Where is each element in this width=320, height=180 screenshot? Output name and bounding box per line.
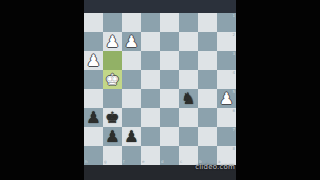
video-frame: 1♟♟2♟3♚4♞5♟♟♚6♟♟7hgfedcba8 clideo.com <box>0 0 320 180</box>
square-b4[interactable] <box>198 70 217 89</box>
white-king[interactable]: ♚ <box>103 70 122 89</box>
square-e1[interactable] <box>141 13 160 32</box>
square-h2[interactable] <box>84 32 103 51</box>
square-d3[interactable] <box>160 51 179 70</box>
rank-label-6: 6 <box>232 109 235 113</box>
square-h3[interactable]: ♟ <box>84 51 103 70</box>
square-b1[interactable] <box>198 13 217 32</box>
file-label-f: f <box>123 160 124 164</box>
white-pawn[interactable]: ♟ <box>84 51 103 70</box>
square-d4[interactable] <box>160 70 179 89</box>
square-f8[interactable]: f <box>122 146 141 165</box>
watermark: clideo.com <box>195 163 236 171</box>
file-label-h: h <box>85 160 88 164</box>
square-b6[interactable] <box>198 108 217 127</box>
square-d8[interactable]: d <box>160 146 179 165</box>
square-h7[interactable] <box>84 127 103 146</box>
square-a3[interactable]: 3 <box>217 51 236 70</box>
square-e7[interactable] <box>141 127 160 146</box>
chess-board[interactable]: 1♟♟2♟3♚4♞5♟♟♚6♟♟7hgfedcba8 <box>84 13 236 165</box>
rank-label-8: 8 <box>232 147 235 151</box>
square-h8[interactable]: h <box>84 146 103 165</box>
black-pawn[interactable]: ♟ <box>103 127 122 146</box>
rank-label-7: 7 <box>232 128 235 132</box>
black-pawn[interactable]: ♟ <box>122 127 141 146</box>
square-g3[interactable] <box>103 51 122 70</box>
square-e8[interactable]: e <box>141 146 160 165</box>
square-c3[interactable] <box>179 51 198 70</box>
square-c1[interactable] <box>179 13 198 32</box>
square-g7[interactable]: ♟ <box>103 127 122 146</box>
square-g5[interactable] <box>103 89 122 108</box>
file-label-e: e <box>142 160 144 164</box>
square-c2[interactable] <box>179 32 198 51</box>
square-c5[interactable]: ♞ <box>179 89 198 108</box>
square-b2[interactable] <box>198 32 217 51</box>
square-a5[interactable]: 5♟ <box>217 89 236 108</box>
square-g4[interactable]: ♚ <box>103 70 122 89</box>
square-a1[interactable]: 1 <box>217 13 236 32</box>
square-a4[interactable]: 4 <box>217 70 236 89</box>
square-e6[interactable] <box>141 108 160 127</box>
square-g2[interactable]: ♟ <box>103 32 122 51</box>
square-f4[interactable] <box>122 70 141 89</box>
square-g6[interactable]: ♚ <box>103 108 122 127</box>
white-pawn[interactable]: ♟ <box>122 32 141 51</box>
square-b7[interactable] <box>198 127 217 146</box>
file-label-c: c <box>180 160 182 164</box>
square-a6[interactable]: 6 <box>217 108 236 127</box>
top-letterbox-bar <box>84 0 236 13</box>
file-label-d: d <box>161 160 164 164</box>
square-h1[interactable] <box>84 13 103 32</box>
rank-label-2: 2 <box>232 33 235 37</box>
square-f2[interactable]: ♟ <box>122 32 141 51</box>
square-f5[interactable] <box>122 89 141 108</box>
rank-label-3: 3 <box>232 52 235 56</box>
square-e5[interactable] <box>141 89 160 108</box>
white-pawn[interactable]: ♟ <box>103 32 122 51</box>
bottom-letterbox-bar: clideo.com <box>84 165 236 180</box>
video-column: 1♟♟2♟3♚4♞5♟♟♚6♟♟7hgfedcba8 clideo.com <box>84 0 236 180</box>
rank-label-1: 1 <box>232 14 235 18</box>
square-f3[interactable] <box>122 51 141 70</box>
square-g8[interactable]: g <box>103 146 122 165</box>
square-h5[interactable] <box>84 89 103 108</box>
white-pawn[interactable]: ♟ <box>217 89 236 108</box>
square-d2[interactable] <box>160 32 179 51</box>
square-d6[interactable] <box>160 108 179 127</box>
square-c7[interactable] <box>179 127 198 146</box>
square-d5[interactable] <box>160 89 179 108</box>
square-e4[interactable] <box>141 70 160 89</box>
square-b5[interactable] <box>198 89 217 108</box>
black-king[interactable]: ♚ <box>103 108 122 127</box>
square-c6[interactable] <box>179 108 198 127</box>
square-h6[interactable]: ♟ <box>84 108 103 127</box>
square-f6[interactable] <box>122 108 141 127</box>
file-label-g: g <box>104 160 107 164</box>
rank-label-4: 4 <box>232 71 235 75</box>
square-d1[interactable] <box>160 13 179 32</box>
square-a7[interactable]: 7 <box>217 127 236 146</box>
square-d7[interactable] <box>160 127 179 146</box>
square-a2[interactable]: 2 <box>217 32 236 51</box>
black-pawn[interactable]: ♟ <box>84 108 103 127</box>
black-knight[interactable]: ♞ <box>179 89 198 108</box>
square-f1[interactable] <box>122 13 141 32</box>
square-c4[interactable] <box>179 70 198 89</box>
square-g1[interactable] <box>103 13 122 32</box>
square-e2[interactable] <box>141 32 160 51</box>
square-h4[interactable] <box>84 70 103 89</box>
square-f7[interactable]: ♟ <box>122 127 141 146</box>
square-b3[interactable] <box>198 51 217 70</box>
square-e3[interactable] <box>141 51 160 70</box>
